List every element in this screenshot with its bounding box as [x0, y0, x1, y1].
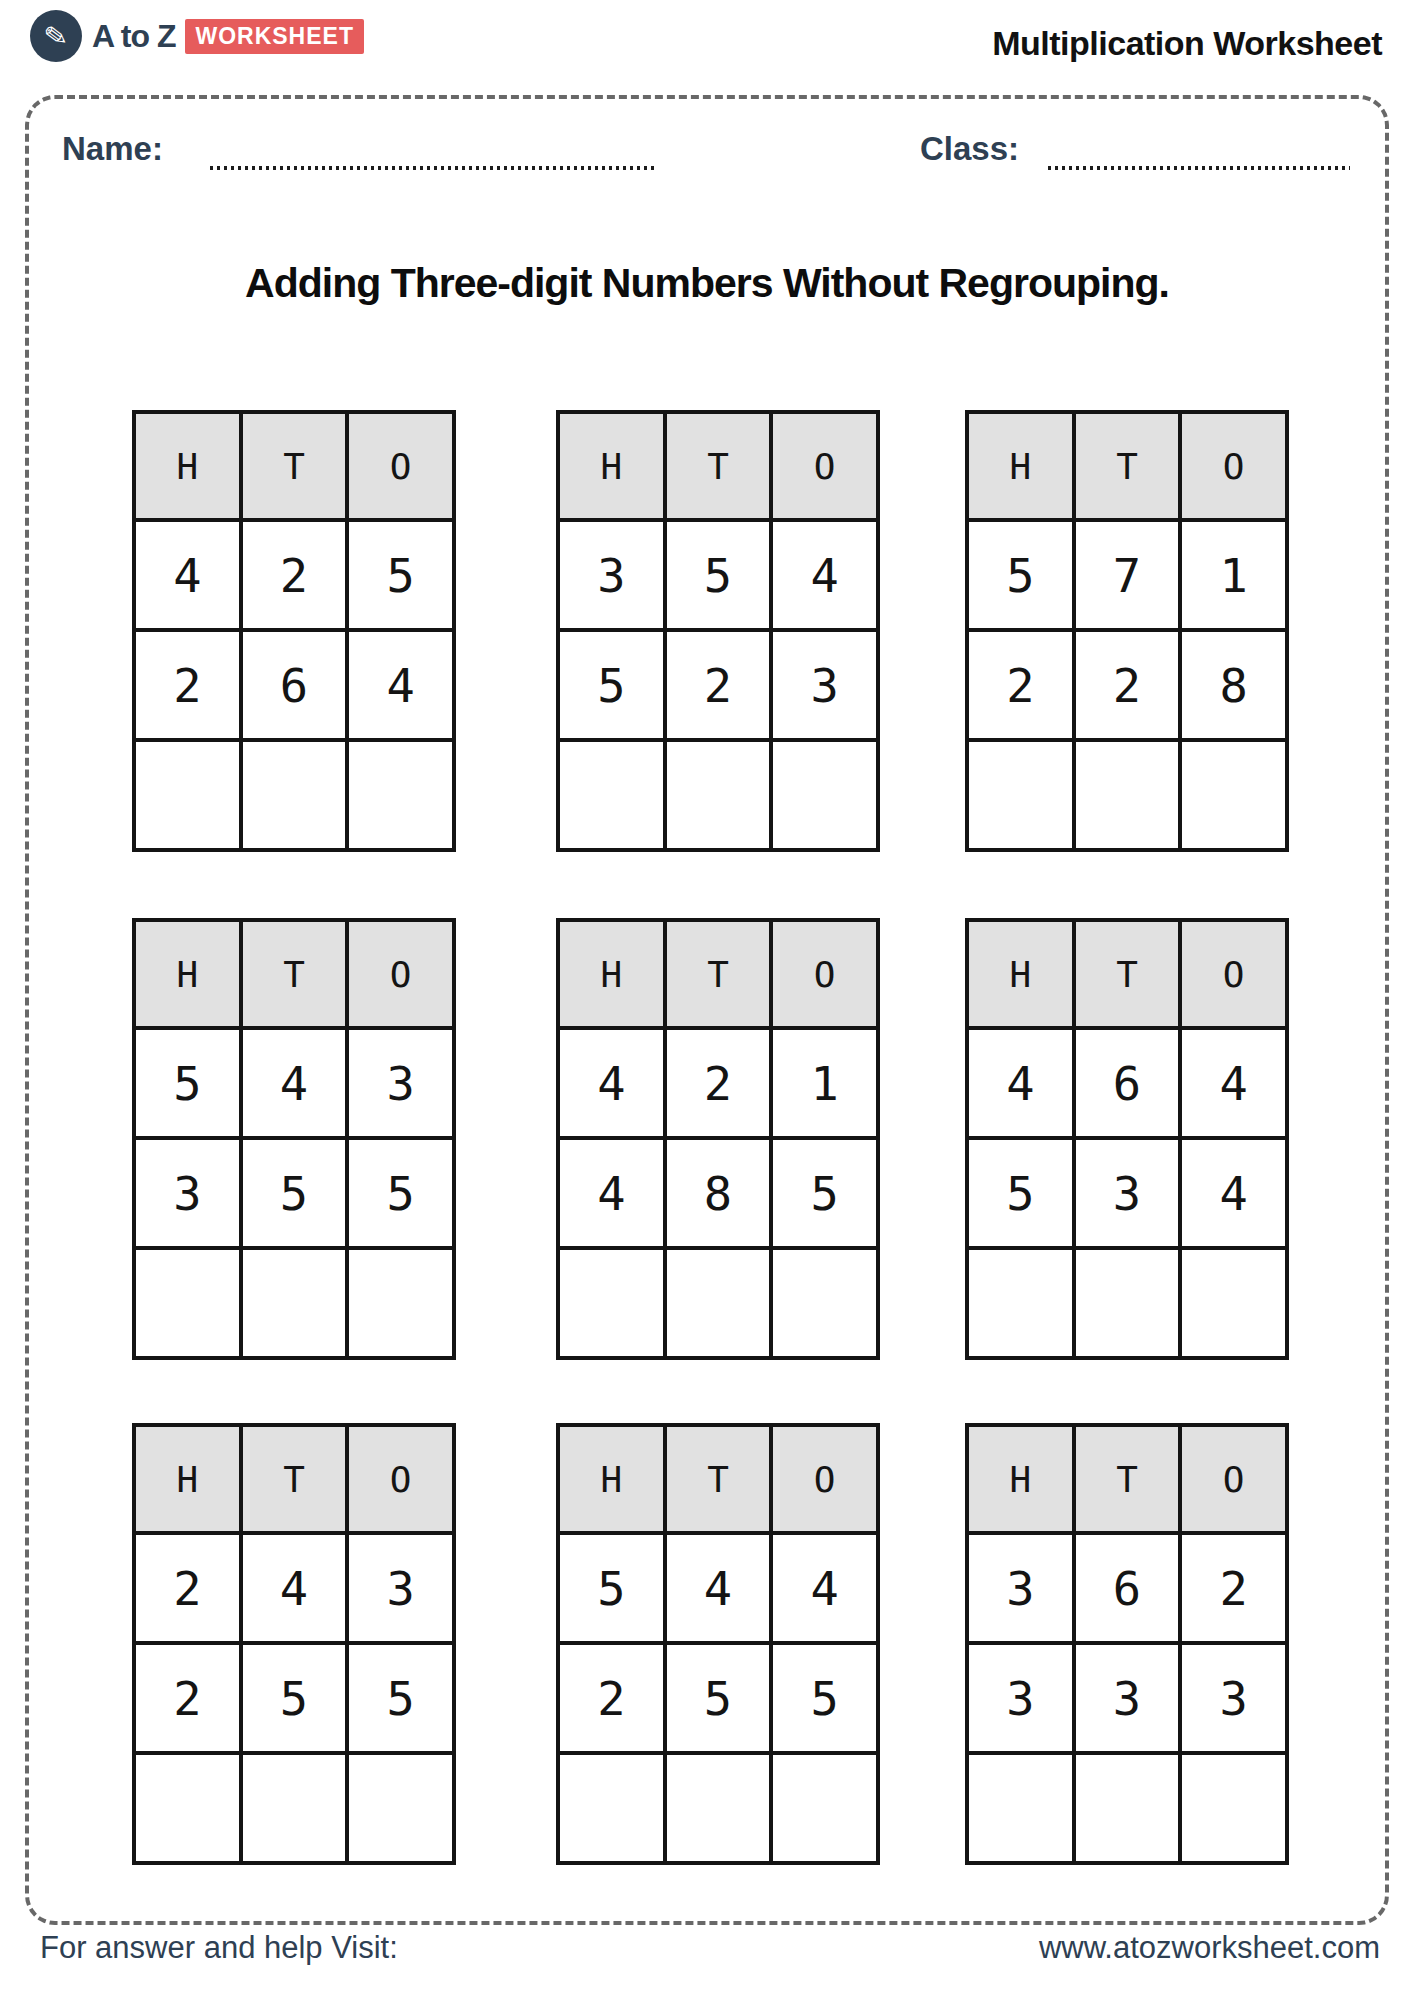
addition-table-5: HTO421485	[556, 918, 880, 1360]
digit-cell: 6	[1074, 1533, 1181, 1643]
name-label: Name:	[62, 130, 163, 168]
answer-cell	[134, 740, 241, 850]
answer-cell	[665, 1753, 772, 1863]
answer-cell	[241, 1753, 348, 1863]
answer-cell	[771, 1753, 878, 1863]
digit-cell: 6	[1074, 1028, 1181, 1138]
digit-cell: 4	[771, 1533, 878, 1643]
place-value-header-cell: T	[1074, 1425, 1181, 1533]
answer-cell	[1074, 1248, 1181, 1358]
answer-cell	[347, 740, 454, 850]
digit-cell: 8	[665, 1138, 772, 1248]
digit-cell: 6	[241, 630, 348, 740]
addition-table-2: HTO354523	[556, 410, 880, 852]
place-value-header-cell: O	[771, 1425, 878, 1533]
place-value-header-cell: T	[1074, 920, 1181, 1028]
place-value-header-cell: O	[347, 412, 454, 520]
answer-cell	[241, 740, 348, 850]
place-value-header-cell: T	[1074, 412, 1181, 520]
addition-table-3: HTO571228	[965, 410, 1289, 852]
digit-cell: 4	[1180, 1028, 1287, 1138]
digit-cell: 5	[558, 630, 665, 740]
digit-cell: 4	[558, 1028, 665, 1138]
digit-cell: 3	[558, 520, 665, 630]
class-label: Class:	[920, 130, 1019, 168]
place-value-header-cell: H	[558, 1425, 665, 1533]
digit-cell: 4	[771, 520, 878, 630]
answer-cell	[558, 740, 665, 850]
digit-cell: 1	[771, 1028, 878, 1138]
digit-cell: 1	[1180, 520, 1287, 630]
addition-table-1: HTO425264	[132, 410, 456, 852]
place-value-header-cell: T	[665, 1425, 772, 1533]
place-value-header-cell: O	[347, 1425, 454, 1533]
digit-cell: 4	[558, 1138, 665, 1248]
answer-cell	[1180, 1248, 1287, 1358]
digit-cell: 2	[558, 1643, 665, 1753]
digit-cell: 3	[967, 1643, 1074, 1753]
digit-cell: 5	[967, 520, 1074, 630]
place-value-header-cell: O	[1180, 1425, 1287, 1533]
answer-cell	[771, 740, 878, 850]
answer-cell	[558, 1248, 665, 1358]
digit-cell: 3	[347, 1028, 454, 1138]
answer-cell	[241, 1248, 348, 1358]
digit-cell: 5	[558, 1533, 665, 1643]
digit-cell: 5	[665, 520, 772, 630]
digit-cell: 2	[241, 520, 348, 630]
digit-cell: 5	[347, 1138, 454, 1248]
addition-table-7: HTO243255	[132, 1423, 456, 1865]
digit-cell: 4	[241, 1028, 348, 1138]
pencil-circle-icon: ✎	[30, 10, 82, 62]
digit-cell: 3	[1074, 1643, 1181, 1753]
digit-cell: 3	[347, 1533, 454, 1643]
answer-cell	[967, 740, 1074, 850]
answer-cell	[134, 1248, 241, 1358]
digit-cell: 4	[967, 1028, 1074, 1138]
answer-cell	[1180, 1753, 1287, 1863]
digit-cell: 5	[771, 1643, 878, 1753]
place-value-header-cell: O	[1180, 920, 1287, 1028]
digit-cell: 3	[1180, 1643, 1287, 1753]
digit-cell: 4	[1180, 1138, 1287, 1248]
digit-cell: 5	[347, 1643, 454, 1753]
digit-cell: 2	[134, 1533, 241, 1643]
logo-badge: WORKSHEET	[185, 19, 364, 54]
place-value-header-cell: H	[134, 1425, 241, 1533]
digit-cell: 5	[967, 1138, 1074, 1248]
answer-cell	[967, 1248, 1074, 1358]
answer-cell	[771, 1248, 878, 1358]
place-value-header-cell: H	[967, 412, 1074, 520]
place-value-header-cell: H	[967, 920, 1074, 1028]
digit-cell: 3	[771, 630, 878, 740]
answer-cell	[1180, 740, 1287, 850]
digit-cell: 3	[967, 1533, 1074, 1643]
place-value-header-cell: O	[347, 920, 454, 1028]
exercise-title: Adding Three-digit Numbers Without Regro…	[0, 260, 1414, 307]
page-title: Multiplication Worksheet	[992, 24, 1382, 63]
digit-cell: 2	[134, 630, 241, 740]
answer-cell	[1074, 1753, 1181, 1863]
answer-cell	[665, 740, 772, 850]
logo: ✎ A to Z WORKSHEET	[30, 10, 364, 62]
digit-cell: 8	[1180, 630, 1287, 740]
place-value-header-cell: O	[771, 920, 878, 1028]
digit-cell: 2	[665, 630, 772, 740]
answer-cell	[134, 1753, 241, 1863]
digit-cell: 4	[241, 1533, 348, 1643]
place-value-header-cell: H	[134, 412, 241, 520]
place-value-header-cell: T	[665, 412, 772, 520]
worksheet-page: ✎ A to Z WORKSHEET Multiplication Worksh…	[0, 0, 1414, 2000]
place-value-header-cell: H	[558, 412, 665, 520]
digit-cell: 2	[665, 1028, 772, 1138]
digit-cell: 5	[134, 1028, 241, 1138]
digit-cell: 4	[134, 520, 241, 630]
digit-cell: 5	[347, 520, 454, 630]
digit-cell: 3	[134, 1138, 241, 1248]
place-value-header-cell: T	[241, 920, 348, 1028]
place-value-header-cell: T	[241, 412, 348, 520]
digit-cell: 2	[1074, 630, 1181, 740]
logo-text: A to Z	[92, 18, 175, 55]
place-value-header-cell: T	[241, 1425, 348, 1533]
addition-table-9: HTO362333	[965, 1423, 1289, 1865]
place-value-header-cell: O	[1180, 412, 1287, 520]
digit-cell: 7	[1074, 520, 1181, 630]
answer-cell	[1074, 740, 1181, 850]
answer-cell	[347, 1753, 454, 1863]
addition-table-4: HTO543355	[132, 918, 456, 1360]
place-value-header-cell: T	[665, 920, 772, 1028]
footer-website: www.atozworksheet.com	[1039, 1930, 1380, 1966]
place-value-header-cell: H	[558, 920, 665, 1028]
digit-cell: 5	[665, 1643, 772, 1753]
answer-cell	[665, 1248, 772, 1358]
class-write-line	[1048, 166, 1350, 170]
digit-cell: 5	[241, 1643, 348, 1753]
answer-cell	[558, 1753, 665, 1863]
addition-table-8: HTO544255	[556, 1423, 880, 1865]
addition-table-6: HTO464534	[965, 918, 1289, 1360]
answer-cell	[967, 1753, 1074, 1863]
footer-help-text: For answer and help Visit:	[40, 1930, 398, 1966]
place-value-header-cell: H	[967, 1425, 1074, 1533]
digit-cell: 5	[241, 1138, 348, 1248]
place-value-header-cell: O	[771, 412, 878, 520]
digit-cell: 3	[1074, 1138, 1181, 1248]
answer-cell	[347, 1248, 454, 1358]
digit-cell: 2	[967, 630, 1074, 740]
digit-cell: 2	[134, 1643, 241, 1753]
digit-cell: 2	[1180, 1533, 1287, 1643]
digit-cell: 4	[665, 1533, 772, 1643]
place-value-header-cell: H	[134, 920, 241, 1028]
digit-cell: 4	[347, 630, 454, 740]
digit-cell: 5	[771, 1138, 878, 1248]
name-write-line	[210, 166, 655, 170]
